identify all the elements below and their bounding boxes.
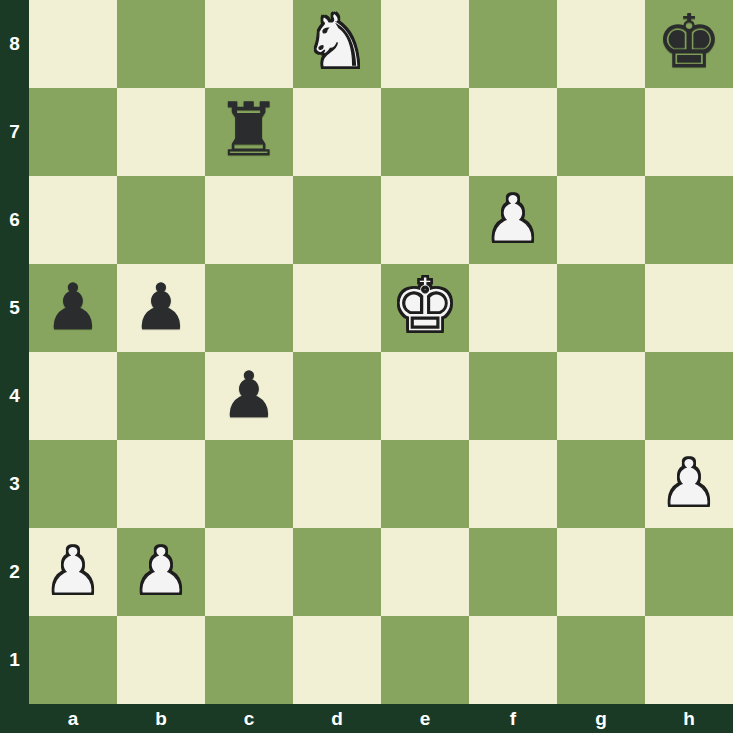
rank-label-4: 4	[0, 352, 29, 440]
square-g4[interactable]	[557, 352, 645, 440]
rank-label-1: 1	[0, 616, 29, 704]
square-a3[interactable]	[29, 440, 117, 528]
square-c7[interactable]: ♜	[205, 88, 293, 176]
square-a1[interactable]	[29, 616, 117, 704]
square-d2[interactable]	[293, 528, 381, 616]
square-d8[interactable]: ♞	[293, 0, 381, 88]
square-c2[interactable]	[205, 528, 293, 616]
square-c5[interactable]	[205, 264, 293, 352]
file-labels: abcdefgh	[29, 704, 733, 733]
square-d5[interactable]	[293, 264, 381, 352]
square-a2[interactable]: ♟	[29, 528, 117, 616]
chess-board[interactable]: ♞♚♜♟♟♟♚♟♟♟♟	[29, 0, 733, 704]
square-c1[interactable]	[205, 616, 293, 704]
rank-label-3: 3	[0, 440, 29, 528]
square-h6[interactable]	[645, 176, 733, 264]
file-label-c: c	[205, 704, 293, 733]
file-label-a: a	[29, 704, 117, 733]
square-h5[interactable]	[645, 264, 733, 352]
square-f5[interactable]	[469, 264, 557, 352]
piece-black-king-icon[interactable]: ♚	[656, 4, 722, 78]
square-g5[interactable]	[557, 264, 645, 352]
square-b4[interactable]	[117, 352, 205, 440]
square-d3[interactable]	[293, 440, 381, 528]
file-label-e: e	[381, 704, 469, 733]
square-e4[interactable]	[381, 352, 469, 440]
square-h3[interactable]: ♟	[645, 440, 733, 528]
square-c8[interactable]	[205, 0, 293, 88]
file-label-h: h	[645, 704, 733, 733]
square-e2[interactable]	[381, 528, 469, 616]
square-h4[interactable]	[645, 352, 733, 440]
square-f4[interactable]	[469, 352, 557, 440]
square-g1[interactable]	[557, 616, 645, 704]
square-a7[interactable]	[29, 88, 117, 176]
piece-white-pawn-icon[interactable]: ♟	[132, 539, 189, 603]
square-h8[interactable]: ♚	[645, 0, 733, 88]
square-a8[interactable]	[29, 0, 117, 88]
square-h1[interactable]	[645, 616, 733, 704]
piece-black-pawn-icon[interactable]: ♟	[220, 363, 277, 427]
rank-label-7: 7	[0, 88, 29, 176]
square-c6[interactable]	[205, 176, 293, 264]
square-g3[interactable]	[557, 440, 645, 528]
piece-white-king-icon[interactable]: ♚	[392, 268, 458, 342]
square-e6[interactable]	[381, 176, 469, 264]
piece-white-knight-icon[interactable]: ♞	[304, 4, 370, 78]
piece-white-pawn-icon[interactable]: ♟	[660, 451, 717, 515]
square-d1[interactable]	[293, 616, 381, 704]
square-h2[interactable]	[645, 528, 733, 616]
piece-black-rook-icon[interactable]: ♜	[216, 92, 282, 166]
square-b3[interactable]	[117, 440, 205, 528]
piece-white-pawn-icon[interactable]: ♟	[484, 187, 541, 251]
square-g7[interactable]	[557, 88, 645, 176]
square-e7[interactable]	[381, 88, 469, 176]
square-d4[interactable]	[293, 352, 381, 440]
square-c3[interactable]	[205, 440, 293, 528]
square-e3[interactable]	[381, 440, 469, 528]
square-d7[interactable]	[293, 88, 381, 176]
file-label-g: g	[557, 704, 645, 733]
piece-black-pawn-icon[interactable]: ♟	[44, 275, 101, 339]
square-e8[interactable]	[381, 0, 469, 88]
rank-label-2: 2	[0, 528, 29, 616]
square-b6[interactable]	[117, 176, 205, 264]
square-f1[interactable]	[469, 616, 557, 704]
square-g2[interactable]	[557, 528, 645, 616]
square-g6[interactable]	[557, 176, 645, 264]
square-h7[interactable]	[645, 88, 733, 176]
square-f3[interactable]	[469, 440, 557, 528]
piece-white-pawn-icon[interactable]: ♟	[44, 539, 101, 603]
file-label-d: d	[293, 704, 381, 733]
square-a6[interactable]	[29, 176, 117, 264]
square-b1[interactable]	[117, 616, 205, 704]
rank-labels: 87654321	[0, 0, 29, 704]
square-f8[interactable]	[469, 0, 557, 88]
piece-black-pawn-icon[interactable]: ♟	[132, 275, 189, 339]
rank-label-6: 6	[0, 176, 29, 264]
file-label-f: f	[469, 704, 557, 733]
rank-label-8: 8	[0, 0, 29, 88]
square-c4[interactable]: ♟	[205, 352, 293, 440]
square-b5[interactable]: ♟	[117, 264, 205, 352]
square-g8[interactable]	[557, 0, 645, 88]
square-b8[interactable]	[117, 0, 205, 88]
square-e1[interactable]	[381, 616, 469, 704]
file-label-b: b	[117, 704, 205, 733]
square-f7[interactable]	[469, 88, 557, 176]
square-d6[interactable]	[293, 176, 381, 264]
square-a5[interactable]: ♟	[29, 264, 117, 352]
square-f6[interactable]: ♟	[469, 176, 557, 264]
chess-board-frame: 87654321 ♞♚♜♟♟♟♚♟♟♟♟ abcdefgh	[0, 0, 733, 733]
square-e5[interactable]: ♚	[381, 264, 469, 352]
square-a4[interactable]	[29, 352, 117, 440]
square-b7[interactable]	[117, 88, 205, 176]
rank-label-5: 5	[0, 264, 29, 352]
square-f2[interactable]	[469, 528, 557, 616]
square-b2[interactable]: ♟	[117, 528, 205, 616]
